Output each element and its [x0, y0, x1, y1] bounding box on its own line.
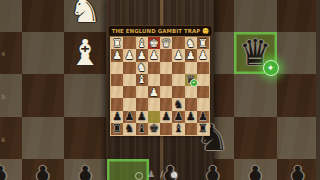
- square-d8: [160, 123, 172, 135]
- square-b7: ♟: [185, 111, 197, 123]
- piece-white-bishop-f4: ♝: [137, 74, 147, 85]
- square-d7: ♟: [149, 159, 192, 180]
- square-a1: ♜: [197, 37, 209, 49]
- square-a7: ♟: [277, 159, 320, 180]
- piece-black-pawn-f7: ♟: [137, 111, 147, 122]
- piece-black-king-e8: ♚: [149, 123, 159, 134]
- square-a6: [197, 98, 209, 110]
- square-g3: [123, 62, 135, 74]
- square-d2: [160, 49, 172, 61]
- piece-black-pawn-a7: ♟: [282, 162, 314, 180]
- title-badge: THE ENGLUND GAMBIT TRAP: [109, 26, 212, 36]
- square-d3: [160, 62, 172, 74]
- piece-white-pawn-e5: ♟: [149, 87, 159, 98]
- piece-white-knight-f3: ♞: [69, 0, 101, 28]
- square-b6: [185, 98, 197, 110]
- square-f5: [136, 86, 148, 98]
- piece-white-pawn-f2: ♟: [137, 50, 147, 61]
- piece-white-rook-a1: ♜: [198, 38, 208, 49]
- bright-dot-icon: [171, 172, 177, 178]
- square-h6: [111, 98, 123, 110]
- square-e4: [148, 74, 160, 86]
- square-a7: ♟: [197, 111, 209, 123]
- square-h2: ♟: [111, 49, 123, 61]
- square-h8: ♜: [111, 123, 123, 135]
- piece-white-bishop-f4: ♝: [69, 35, 101, 71]
- square-b3: [185, 62, 197, 74]
- piece-white-pawn-b2: ♟: [186, 50, 196, 61]
- piece-white-pawn-g2: ♟: [124, 50, 134, 61]
- piece-black-bishop-c8: ♝: [173, 123, 183, 134]
- square-b2: ♟: [185, 49, 197, 61]
- square-c7: ♟: [192, 159, 235, 180]
- square-b7: ♟: [234, 159, 277, 180]
- piece-black-pawn-c7: ♟: [197, 162, 229, 180]
- square-a5: [197, 86, 209, 98]
- square-b4: ♛✦: [185, 74, 197, 86]
- piece-white-knight-f3: ♞: [137, 62, 147, 73]
- square-f4: ♝: [64, 32, 107, 75]
- piece-black-pawn-b7: ♟: [239, 162, 271, 180]
- piece-white-knight-b1: ♞: [186, 38, 196, 49]
- square-a2: ♟: [197, 49, 209, 61]
- square-e2: ♟: [148, 49, 160, 61]
- piece-white-bishop-f1: ♝: [137, 38, 147, 49]
- square-a3: [197, 62, 209, 74]
- square-c1: [172, 37, 184, 49]
- background-rank-label: 4: [1, 50, 5, 57]
- piece-white-pawn-a2: ♟: [198, 50, 208, 61]
- square-a8: ♜: [197, 123, 209, 135]
- piece-black-pawn-g7: ♟: [124, 111, 134, 122]
- square-d1: ♛: [160, 37, 172, 49]
- piece-black-pawn-f7: ♟: [69, 162, 101, 180]
- square-g4: [123, 74, 135, 86]
- piece-black-pawn-h7: ♟: [112, 111, 122, 122]
- square-f1: ♝: [136, 37, 148, 49]
- square-f4: ♝: [136, 74, 148, 86]
- square-c6: ♞: [172, 98, 184, 110]
- piece-black-rook-a8: ♜: [198, 123, 208, 134]
- piece-black-pawn-a7: ♟: [198, 111, 208, 122]
- chess-board: ♜♝♚♛♞♜♟♟♟♟♟♟♟♞♝♛✦♟♞♟♟♟♟♟♟♟♜♞♝♚♝♜: [111, 37, 209, 135]
- square-h4: [111, 74, 123, 86]
- piece-black-pawn-d7: ♟: [161, 111, 171, 122]
- square-f8: ♝: [136, 123, 148, 135]
- piece-black-pawn-c7: ♟: [173, 111, 183, 122]
- square-e1: ♚: [148, 37, 160, 49]
- square-b8: [185, 123, 197, 135]
- piece-black-knight-c6: ♞: [173, 99, 183, 110]
- square-a4: [197, 74, 209, 86]
- square-h7: ♟: [111, 111, 123, 123]
- square-d6: [160, 98, 172, 110]
- piece-white-pawn-e2: ♟: [149, 50, 159, 61]
- piece-black-rook-h8: ♜: [112, 123, 122, 134]
- background-rank-label: 5: [1, 93, 5, 100]
- square-e7: [148, 111, 160, 123]
- video-title: THE ENGLUND GAMBIT TRAP: [112, 28, 201, 34]
- piece-black-knight-g8: ♞: [124, 123, 134, 134]
- square-b5: [185, 86, 197, 98]
- square-h1: ♜: [111, 37, 123, 49]
- square-b4: ♛✦: [234, 32, 277, 75]
- square-g7: ♟: [22, 159, 65, 180]
- square-d7: ♟: [160, 111, 172, 123]
- square-f3: ♞: [64, 0, 107, 32]
- square-c3: [172, 62, 184, 74]
- piece-black-pawn-h7: ♟: [0, 162, 16, 180]
- square-e3: [148, 62, 160, 74]
- square-c7: ♟: [172, 111, 184, 123]
- piece-black-pawn-d7: ♟: [154, 162, 186, 180]
- piece-white-rook-h1: ♜: [112, 38, 122, 49]
- piece-black-pawn-b7: ♟: [186, 111, 196, 122]
- square-c5: [172, 86, 184, 98]
- smirk-emoji-icon: [202, 28, 208, 34]
- square-f7: ♟: [64, 159, 107, 180]
- square-c2: ♟: [172, 49, 184, 61]
- square-e6: [148, 98, 160, 110]
- video-frame: ♜♝♚♛♞♜♟♟♟♟♟♟♟♞♝♛✦♟♞♟♟♟♟♟♟♟♜♞♝♚♝♜ 4 5 6 T…: [0, 0, 320, 180]
- square-h3: [111, 62, 123, 74]
- circle-outline-icon: [135, 172, 143, 180]
- square-e5: ♟: [148, 86, 160, 98]
- piece-white-pawn-h2: ♟: [112, 50, 122, 61]
- square-c8: ♝: [172, 123, 184, 135]
- square-f6: [136, 98, 148, 110]
- square-g6: [123, 98, 135, 110]
- piece-white-king-e1: ♚: [149, 38, 159, 49]
- piece-white-queen-d1: ♛: [161, 38, 171, 49]
- square-g8: ♞: [123, 123, 135, 135]
- move-badge-star-icon: ✦: [190, 79, 198, 87]
- square-e8: ♚: [148, 123, 160, 135]
- square-g5: [123, 86, 135, 98]
- square-g2: ♟: [123, 49, 135, 61]
- square-g1: [123, 37, 135, 49]
- square-f3: ♞: [136, 62, 148, 74]
- square-d5: [160, 86, 172, 98]
- move-badge-star-icon: ✦: [263, 60, 279, 76]
- square-f7: ♟: [136, 111, 148, 123]
- square-b1: ♞: [185, 37, 197, 49]
- square-f2: ♟: [136, 49, 148, 61]
- slash-icon: ∕: [160, 170, 163, 179]
- square-h5: [111, 86, 123, 98]
- square-g7: ♟: [123, 111, 135, 123]
- pawn-icon: ♟: [147, 170, 155, 179]
- piece-black-pawn-g7: ♟: [27, 162, 59, 180]
- square-c4: [172, 74, 184, 86]
- piece-black-bishop-f8: ♝: [137, 123, 147, 134]
- piece-white-pawn-c2: ♟: [173, 50, 183, 61]
- square-d4: [160, 74, 172, 86]
- background-rank-label: 6: [1, 136, 5, 143]
